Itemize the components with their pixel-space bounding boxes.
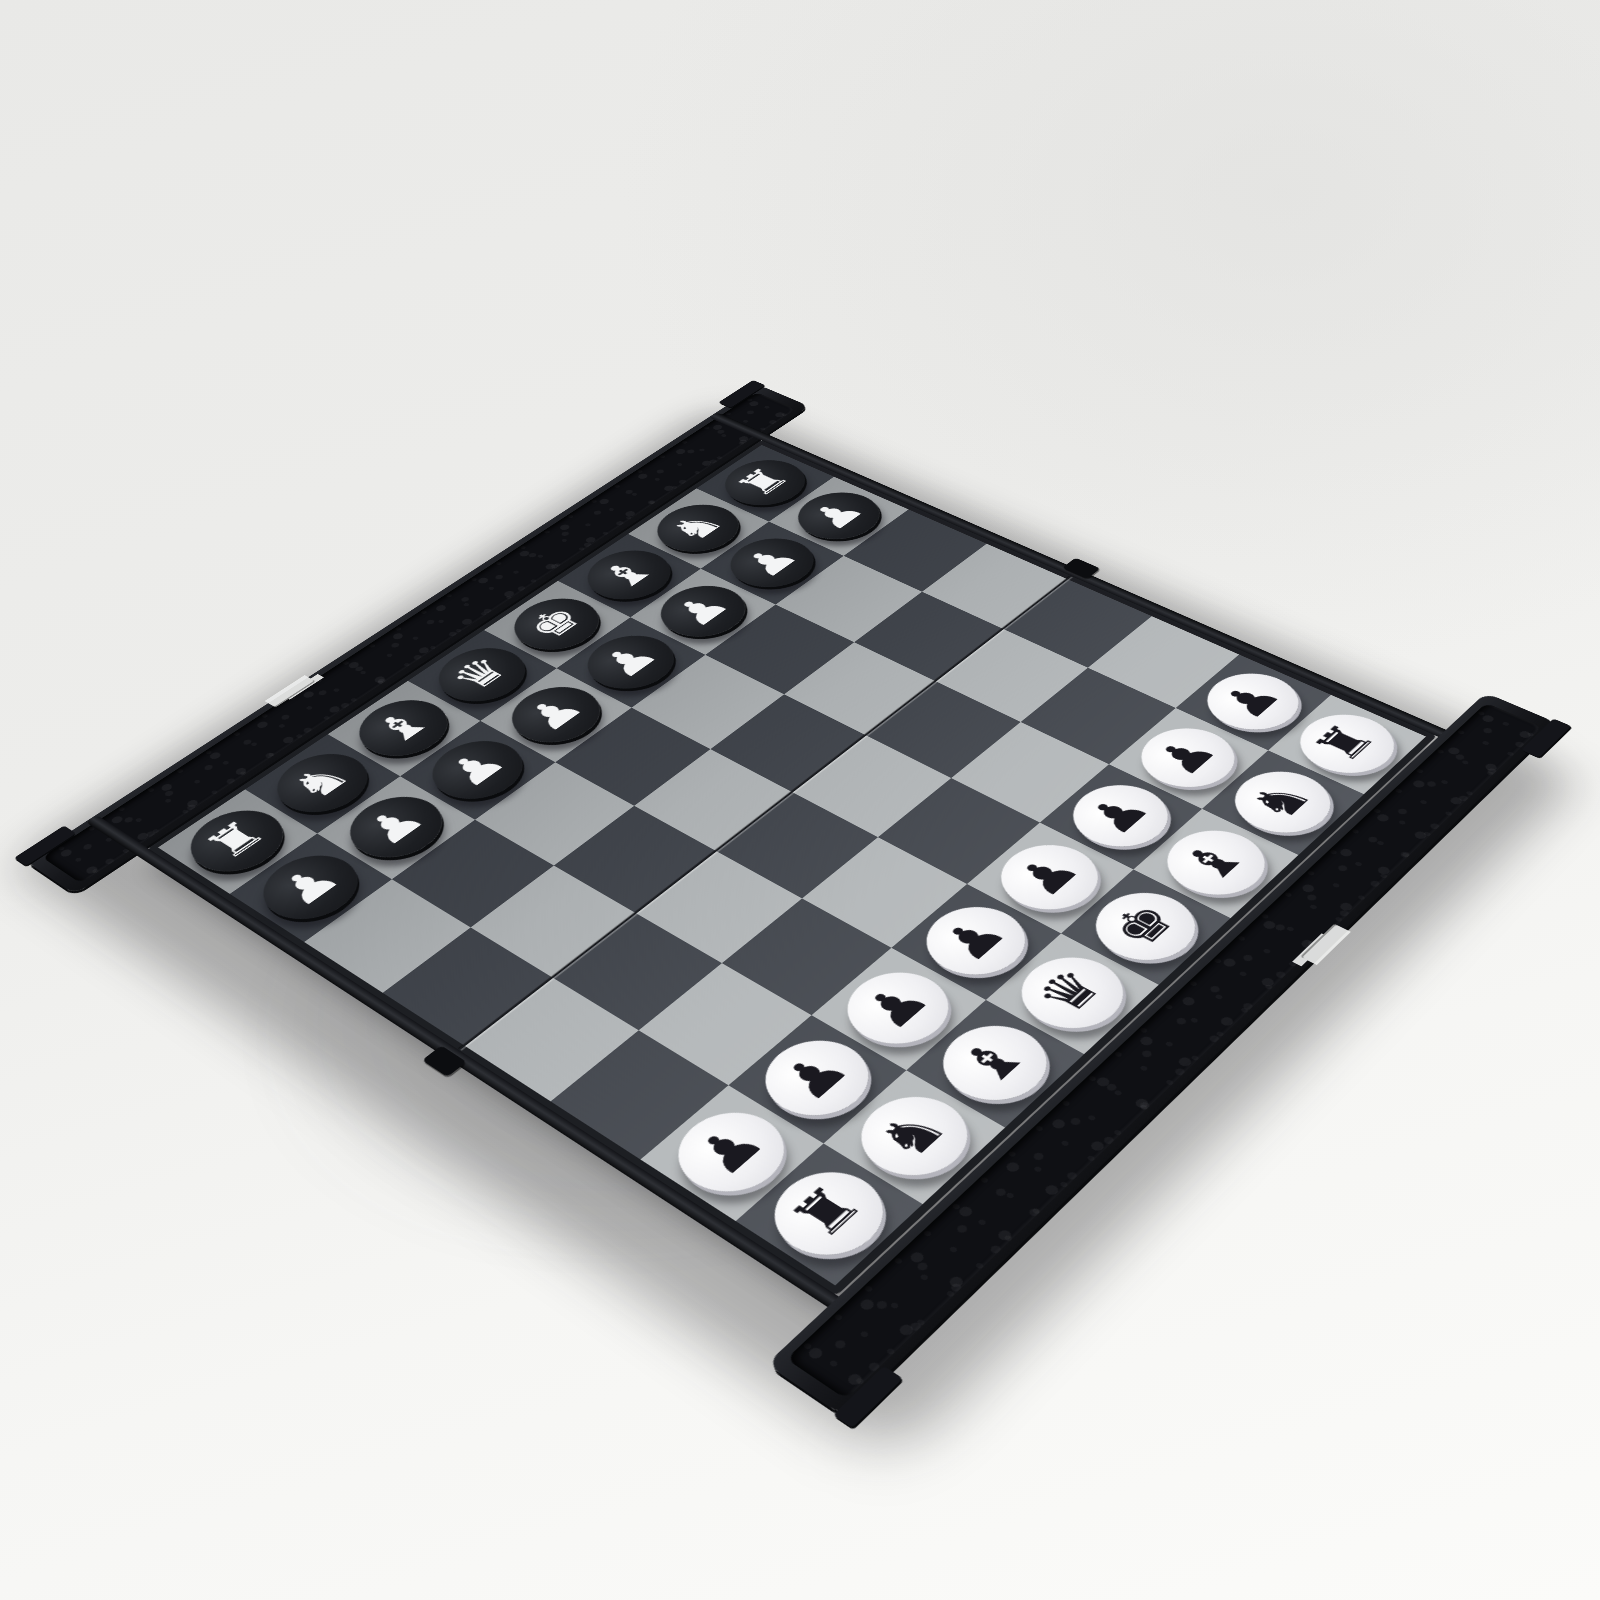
black-pawn-icon: ♟ — [436, 744, 514, 794]
black-rook-icon: ♜ — [196, 814, 276, 866]
white-bishop-icon: ♝ — [947, 1029, 1037, 1093]
white-pawn-icon: ♟ — [769, 1045, 859, 1109]
black-pawn-icon: ♟ — [591, 638, 666, 683]
white-rook-icon: ♜ — [1304, 718, 1385, 768]
white-pawn-icon: ♟ — [1211, 677, 1290, 725]
black-rook-icon: ♜ — [728, 463, 798, 501]
black-queen-icon: ♛ — [442, 651, 517, 697]
rail-end-tab — [718, 380, 765, 408]
white-pawn-icon: ♟ — [683, 1116, 775, 1184]
white-rook-icon: ♜ — [779, 1176, 874, 1247]
white-pawn-icon: ♟ — [1145, 731, 1226, 781]
studio-backdrop: ♜♞♝♛♚♝♞♜♟♟♟♟♟♟♟♟♟♟♟♟♟♟♟♟♜♞♝♛♚♝♞♜ — [0, 0, 1600, 1600]
black-knight-icon: ♞ — [281, 757, 359, 807]
black-bishop-icon: ♝ — [591, 553, 663, 595]
white-pawn-icon: ♟ — [1077, 788, 1160, 841]
white-knight-icon: ♞ — [865, 1101, 958, 1168]
white-pawn-icon: ♟ — [852, 976, 940, 1037]
rail-clasp-notch — [1300, 924, 1351, 965]
white-pawn-icon: ♟ — [930, 911, 1016, 969]
black-bishop-icon: ♝ — [364, 703, 441, 751]
rail-end-tab — [833, 1366, 903, 1428]
white-knight-icon: ♞ — [1239, 774, 1322, 826]
black-pawn-icon: ♟ — [734, 541, 806, 583]
white-king-icon: ♚ — [1100, 896, 1186, 954]
black-pawn-icon: ♟ — [664, 589, 738, 632]
black-king-icon: ♚ — [518, 601, 592, 645]
white-bishop-icon: ♝ — [1171, 834, 1256, 889]
black-pawn-icon: ♟ — [515, 690, 592, 737]
rail-end-tab — [1521, 719, 1571, 758]
white-pawn-icon: ♟ — [1005, 848, 1089, 903]
white-queen-icon: ♛ — [1025, 961, 1113, 1022]
black-pawn-icon: ♟ — [268, 858, 350, 912]
black-pawn-icon: ♟ — [354, 800, 434, 852]
black-pawn-icon: ♟ — [801, 495, 872, 535]
black-knight-icon: ♞ — [661, 507, 732, 547]
